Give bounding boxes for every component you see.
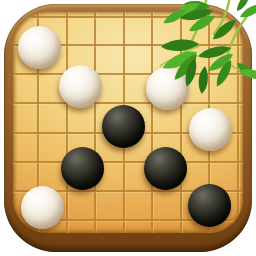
- gomoku-app-icon[interactable]: [0, 0, 256, 256]
- grid-line-horizontal: [13, 219, 243, 221]
- grid-line-horizontal: [13, 190, 243, 192]
- grid-line-horizontal: [13, 132, 243, 134]
- grid-line-horizontal: [13, 161, 243, 163]
- grid-line-horizontal: [13, 16, 243, 18]
- grid-layer: [13, 12, 243, 233]
- gomoku-board: [13, 12, 243, 233]
- grid-line-horizontal: [13, 73, 243, 75]
- grid-line-horizontal: [13, 102, 243, 104]
- grid-line-horizontal: [13, 44, 243, 46]
